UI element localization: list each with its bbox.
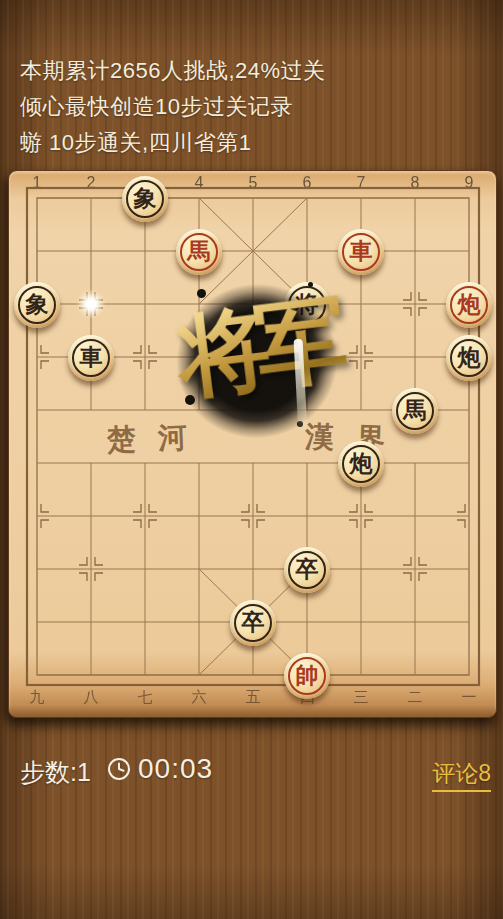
stats-line-participants: 本期累计2656人挑战,24%过关 <box>20 58 326 84</box>
piece-ring: 象 <box>18 286 56 324</box>
piece-red-1-7[interactable]: 車 <box>338 229 384 275</box>
piece-glyph: 炮 <box>458 292 481 315</box>
piece-red-2-9[interactable]: 炮 <box>446 282 492 328</box>
pieces-layer: 象馬車象将炮車炮馬炮卒卒帥 <box>10 172 496 702</box>
piece-ring: 車 <box>342 233 380 271</box>
challenge-stats: 本期累计2656人挑战,24%过关 倾心最快创造10步过关记录 蝣 10步通关,… <box>20 58 326 166</box>
status-bar: 步数:1 00:03 评论8 <box>0 746 503 806</box>
piece-glyph: 象 <box>26 292 49 315</box>
piece-black-7-6[interactable]: 卒 <box>284 547 330 593</box>
piece-glyph: 車 <box>350 239 373 262</box>
sparkle-icon: ✦ <box>85 295 98 313</box>
piece-glyph: 炮 <box>458 345 481 368</box>
piece-black-0-3[interactable]: 象 <box>122 176 168 222</box>
xiangqi-board[interactable]: 123456789 九八七六五四三二一 楚河 漢界 象馬車象将炮車炮馬炮卒卒帥 … <box>8 170 497 718</box>
piece-ring: 馬 <box>180 233 218 271</box>
stats-line-record: 倾心最快创造10步过关记录 <box>20 94 326 120</box>
piece-ring: 将 <box>288 286 326 324</box>
piece-glyph: 馬 <box>188 239 211 262</box>
piece-glyph: 帥 <box>296 663 319 686</box>
piece-black-2-1[interactable]: 象 <box>14 282 60 328</box>
piece-ring: 車 <box>72 339 110 377</box>
piece-ring: 炮 <box>342 445 380 483</box>
piece-black-8-5[interactable]: 卒 <box>230 600 276 646</box>
piece-black-4-8[interactable]: 馬 <box>392 388 438 434</box>
piece-glyph: 卒 <box>296 557 319 580</box>
comments-link[interactable]: 评论8 <box>432 758 491 792</box>
piece-ring: 馬 <box>396 392 434 430</box>
clock-icon <box>107 757 131 781</box>
piece-ring: 象 <box>126 180 164 218</box>
piece-black-3-9[interactable]: 炮 <box>446 335 492 381</box>
piece-ring: 炮 <box>450 339 488 377</box>
piece-ring: 炮 <box>450 286 488 324</box>
piece-glyph: 炮 <box>350 451 373 474</box>
piece-glyph: 将 <box>296 292 319 315</box>
piece-black-5-7[interactable]: 炮 <box>338 441 384 487</box>
piece-ring: 卒 <box>234 604 272 642</box>
piece-glyph: 象 <box>134 186 157 209</box>
piece-ring: 卒 <box>288 551 326 589</box>
piece-red-1-4[interactable]: 馬 <box>176 229 222 275</box>
last-move-sparkle: ✦ <box>76 289 106 319</box>
app-screen: 本期累计2656人挑战,24%过关 倾心最快创造10步过关记录 蝣 10步通关,… <box>0 0 503 919</box>
piece-black-2-6[interactable]: 将 <box>284 282 330 328</box>
stats-line-rank: 蝣 10步通关,四川省第1 <box>20 130 326 156</box>
piece-glyph: 車 <box>80 345 103 368</box>
piece-glyph: 馬 <box>404 398 427 421</box>
move-counter: 步数:1 <box>20 756 91 789</box>
piece-glyph: 卒 <box>242 610 265 633</box>
piece-ring: 帥 <box>288 657 326 695</box>
timer-value: 00:03 <box>138 753 213 785</box>
piece-black-3-2[interactable]: 車 <box>68 335 114 381</box>
piece-red-9-6[interactable]: 帥 <box>284 653 330 699</box>
